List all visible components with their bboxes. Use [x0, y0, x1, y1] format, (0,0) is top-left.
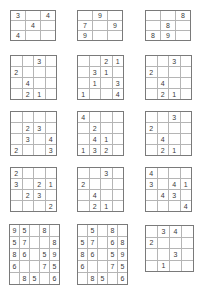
empty-cell[interactable]	[23, 201, 34, 211]
empty-cell[interactable]	[169, 168, 180, 178]
given-digit-cell: 4	[169, 179, 180, 189]
empty-cell[interactable]	[46, 123, 57, 133]
given-digit-cell: 2	[158, 89, 169, 99]
empty-cell[interactable]	[176, 21, 190, 30]
given-digit-cell: 9	[161, 31, 175, 40]
empty-cell[interactable]	[181, 190, 192, 200]
empty-cell[interactable]	[146, 78, 157, 88]
given-digit-cell: 9	[118, 249, 127, 260]
empty-cell[interactable]	[146, 112, 157, 122]
given-digit-cell: 2	[11, 168, 22, 178]
empty-cell[interactable]	[11, 190, 22, 200]
empty-cell[interactable]	[46, 56, 57, 66]
empty-cell[interactable]	[46, 67, 57, 77]
given-digit-cell: 7	[108, 261, 117, 272]
given-digit-cell: 6	[10, 261, 19, 272]
empty-cell[interactable]	[46, 78, 57, 88]
given-digit-cell: 1	[169, 89, 180, 99]
empty-cell[interactable]	[113, 179, 124, 189]
empty-cell[interactable]	[26, 11, 40, 20]
empty-cell[interactable]	[46, 168, 57, 178]
given-digit-cell: 9	[10, 225, 19, 236]
given-digit-cell: 8	[118, 237, 127, 248]
given-digit-cell: 4	[26, 21, 40, 30]
given-digit-cell: 7	[20, 237, 29, 248]
given-digit-cell: 1	[34, 89, 45, 99]
given-digit-cell: 6	[78, 261, 87, 272]
empty-cell[interactable]	[113, 67, 124, 77]
given-digit-cell: 5	[50, 261, 59, 272]
empty-cell[interactable]	[34, 134, 45, 144]
empty-cell[interactable]	[176, 31, 190, 40]
given-digit-cell: 2	[90, 201, 101, 211]
empty-cell[interactable]	[40, 273, 49, 284]
given-digit-cell: 7	[88, 237, 97, 248]
given-digit-cell: 9	[78, 31, 92, 40]
empty-cell[interactable]	[11, 123, 22, 133]
empty-cell[interactable]	[158, 123, 169, 133]
empty-cell[interactable]	[169, 201, 180, 211]
given-digit-cell: 2	[11, 67, 22, 77]
empty-cell[interactable]	[169, 67, 180, 77]
given-digit-cell: 2	[146, 238, 157, 249]
given-digit-cell: 2	[46, 201, 57, 211]
given-digit-cell: 2	[23, 89, 34, 99]
empty-cell[interactable]	[113, 145, 124, 155]
given-digit-cell: 4	[11, 31, 25, 40]
puzzle-grid-6: 32421	[145, 55, 192, 100]
empty-cell[interactable]	[11, 201, 22, 211]
given-digit-cell: 3	[169, 112, 180, 122]
given-digit-cell: 1	[158, 261, 169, 272]
given-digit-cell: 8	[50, 237, 59, 248]
empty-cell[interactable]	[113, 201, 124, 211]
empty-cell[interactable]	[50, 225, 59, 236]
puzzle-grid-3: 8889	[145, 10, 191, 41]
empty-cell[interactable]	[34, 112, 45, 122]
given-digit-cell: 4	[78, 112, 89, 122]
empty-cell[interactable]	[181, 56, 192, 66]
given-digit-cell: 5	[10, 237, 19, 248]
empty-cell[interactable]	[34, 67, 45, 77]
empty-cell[interactable]	[181, 112, 192, 122]
given-digit-cell: 6	[20, 249, 29, 260]
given-digit-cell: 5	[88, 225, 97, 236]
empty-cell[interactable]	[41, 31, 55, 40]
empty-cell[interactable]	[98, 225, 107, 236]
empty-cell[interactable]	[146, 134, 157, 144]
empty-cell[interactable]	[101, 89, 112, 99]
empty-cell[interactable]	[146, 226, 157, 237]
puzzle-grid-9: 32421	[145, 111, 192, 156]
given-digit-cell: 3	[169, 56, 180, 66]
given-digit-cell: 3	[170, 249, 181, 260]
given-digit-cell: 3	[34, 190, 45, 200]
given-digit-cell: 2	[146, 123, 157, 133]
empty-cell[interactable]	[23, 179, 34, 189]
given-digit-cell: 4	[158, 78, 169, 88]
empty-cell[interactable]	[146, 249, 157, 260]
puzzle-grid-12: 4341434	[145, 167, 192, 212]
empty-cell[interactable]	[78, 201, 89, 211]
empty-cell[interactable]	[181, 123, 192, 133]
empty-cell[interactable]	[78, 225, 87, 236]
empty-cell[interactable]	[181, 89, 192, 99]
given-digit-cell: 4	[146, 168, 157, 178]
given-digit-cell: 1	[90, 78, 101, 88]
empty-cell[interactable]	[113, 112, 124, 122]
given-digit-cell: 3	[11, 11, 25, 20]
empty-cell[interactable]	[146, 190, 157, 200]
empty-cell[interactable]	[30, 237, 39, 248]
given-digit-cell: 1	[46, 179, 57, 189]
empty-cell[interactable]	[20, 261, 29, 272]
empty-cell[interactable]	[30, 225, 39, 236]
given-digit-cell: 4	[23, 78, 34, 88]
empty-cell[interactable]	[170, 261, 181, 272]
empty-cell[interactable]	[146, 261, 157, 272]
empty-cell[interactable]	[90, 56, 101, 66]
empty-cell[interactable]	[34, 168, 45, 178]
empty-cell[interactable]	[11, 56, 22, 66]
puzzle-grid-4: 32421	[10, 55, 57, 100]
empty-cell[interactable]	[158, 168, 169, 178]
given-digit-cell: 1	[78, 89, 89, 99]
given-digit-cell: 3	[146, 179, 157, 189]
empty-cell[interactable]	[93, 21, 107, 30]
given-digit-cell: 1	[101, 134, 112, 144]
given-digit-cell: 3	[90, 145, 101, 155]
given-digit-cell: 4	[170, 226, 181, 237]
empty-cell[interactable]	[146, 89, 157, 99]
empty-cell[interactable]	[46, 112, 57, 122]
empty-cell[interactable]	[182, 226, 193, 237]
empty-cell[interactable]	[34, 78, 45, 88]
given-digit-cell: 3	[113, 78, 124, 88]
given-digit-cell: 5	[98, 273, 107, 284]
given-digit-cell: 3	[101, 168, 112, 178]
empty-cell[interactable]	[181, 134, 192, 144]
empty-cell[interactable]	[181, 168, 192, 178]
empty-cell[interactable]	[78, 273, 87, 284]
given-digit-cell: 9	[108, 21, 122, 30]
puzzle-grid-2: 9799	[77, 10, 123, 41]
empty-cell[interactable]	[78, 11, 92, 20]
given-digit-cell: 1	[101, 67, 112, 77]
given-digit-cell: 5	[40, 249, 49, 260]
puzzle-grid-8: 4241132	[77, 111, 124, 156]
empty-cell[interactable]	[101, 78, 112, 88]
empty-cell[interactable]	[158, 201, 169, 211]
given-digit-cell: 5	[108, 249, 117, 260]
empty-cell[interactable]	[78, 78, 89, 88]
empty-cell[interactable]	[108, 11, 122, 20]
given-digit-cell: 8	[78, 249, 87, 260]
given-digit-cell: 4	[90, 134, 101, 144]
given-digit-cell: 4	[41, 11, 55, 20]
empty-cell[interactable]	[11, 134, 22, 144]
empty-cell[interactable]	[34, 201, 45, 211]
empty-cell[interactable]	[93, 31, 107, 40]
given-digit-cell: 7	[78, 21, 92, 30]
empty-cell[interactable]	[90, 112, 101, 122]
empty-cell[interactable]	[181, 145, 192, 155]
empty-cell[interactable]	[158, 238, 169, 249]
empty-cell[interactable]	[46, 89, 57, 99]
empty-cell[interactable]	[23, 67, 34, 77]
empty-cell[interactable]	[78, 168, 89, 178]
given-digit-cell: 2	[23, 123, 34, 133]
given-digit-cell: 6	[118, 273, 127, 284]
given-digit-cell: 8	[146, 31, 160, 40]
given-digit-cell: 1	[78, 145, 89, 155]
empty-cell[interactable]	[30, 249, 39, 260]
empty-cell[interactable]	[90, 89, 101, 99]
given-digit-cell: 3	[34, 56, 45, 66]
given-digit-cell: 2	[101, 145, 112, 155]
given-digit-cell: 2	[101, 56, 112, 66]
empty-cell[interactable]	[11, 89, 22, 99]
empty-cell[interactable]	[11, 112, 22, 122]
given-digit-cell: 2	[34, 179, 45, 189]
puzzle-grid-13: 9585788659675856	[9, 224, 60, 285]
empty-cell[interactable]	[158, 179, 169, 189]
given-digit-cell: 2	[146, 67, 157, 77]
puzzle-grid-5: 21311314	[77, 55, 124, 100]
empty-cell[interactable]	[40, 237, 49, 248]
empty-cell[interactable]	[78, 134, 89, 144]
given-digit-cell: 8	[20, 273, 29, 284]
puzzle-grid-14: 5857688659675856	[77, 224, 128, 285]
empty-cell[interactable]	[158, 56, 169, 66]
given-digit-cell: 1	[113, 56, 124, 66]
empty-cell[interactable]	[170, 238, 181, 249]
given-digit-cell: 2	[158, 145, 169, 155]
empty-cell[interactable]	[11, 21, 25, 30]
empty-cell[interactable]	[23, 168, 34, 178]
empty-cell[interactable]	[158, 112, 169, 122]
empty-cell[interactable]	[169, 78, 180, 88]
given-digit-cell: 6	[108, 237, 117, 248]
empty-cell[interactable]	[158, 67, 169, 77]
empty-cell[interactable]	[101, 190, 112, 200]
empty-cell[interactable]	[146, 56, 157, 66]
empty-cell[interactable]	[146, 11, 160, 20]
empty-cell[interactable]	[90, 179, 101, 189]
empty-cell[interactable]	[23, 145, 34, 155]
puzzle-grid-15: 34231	[145, 225, 194, 272]
worksheet-page: 3444 9799 8889 32421 21311314 32421 2334…	[0, 0, 210, 297]
given-digit-cell: 4	[158, 134, 169, 144]
empty-cell[interactable]	[34, 145, 45, 155]
empty-cell[interactable]	[169, 134, 180, 144]
empty-cell[interactable]	[146, 21, 160, 30]
given-digit-cell: 5	[78, 237, 87, 248]
empty-cell[interactable]	[10, 273, 19, 284]
empty-cell[interactable]	[146, 201, 157, 211]
empty-cell[interactable]	[108, 273, 117, 284]
empty-cell[interactable]	[182, 249, 193, 260]
empty-cell[interactable]	[78, 56, 89, 66]
given-digit-cell: 8	[10, 249, 19, 260]
given-digit-cell: 3	[34, 123, 45, 133]
puzzle-grid-11: 32421	[77, 167, 124, 212]
given-digit-cell: 1	[181, 179, 192, 189]
empty-cell[interactable]	[98, 237, 107, 248]
empty-cell[interactable]	[146, 145, 157, 155]
given-digit-cell: 2	[78, 179, 89, 189]
given-digit-cell: 2	[11, 145, 22, 155]
empty-cell[interactable]	[181, 67, 192, 77]
given-digit-cell: 3	[11, 179, 22, 189]
given-digit-cell: 8	[161, 21, 175, 30]
empty-cell[interactable]	[113, 123, 124, 133]
given-digit-cell: 3	[158, 226, 169, 237]
given-digit-cell: 8	[40, 225, 49, 236]
empty-cell[interactable]	[101, 112, 112, 122]
empty-cell[interactable]	[46, 190, 57, 200]
given-digit-cell: 7	[40, 261, 49, 272]
empty-cell[interactable]	[23, 112, 34, 122]
given-digit-cell: 6	[88, 249, 97, 260]
empty-cell[interactable]	[11, 78, 22, 88]
puzzle-grid-1: 3444	[10, 10, 56, 41]
given-digit-cell: 3	[90, 67, 101, 77]
empty-cell[interactable]	[98, 249, 107, 260]
empty-cell[interactable]	[108, 31, 122, 40]
empty-cell[interactable]	[101, 179, 112, 189]
puzzle-grid-10: 2321232	[10, 167, 57, 212]
given-digit-cell: 4	[181, 201, 192, 211]
empty-cell[interactable]	[23, 56, 34, 66]
empty-cell[interactable]	[30, 261, 39, 272]
empty-cell[interactable]	[78, 190, 89, 200]
empty-cell[interactable]	[101, 123, 112, 133]
given-digit-cell: 2	[23, 190, 34, 200]
given-digit-cell: 4	[90, 190, 101, 200]
empty-cell[interactable]	[158, 249, 169, 260]
puzzle-grid-7: 233423	[10, 111, 57, 156]
given-digit-cell: 1	[101, 201, 112, 211]
empty-cell[interactable]	[26, 31, 40, 40]
empty-cell[interactable]	[169, 123, 180, 133]
given-digit-cell: 2	[90, 123, 101, 133]
given-digit-cell: 8	[176, 11, 190, 20]
given-digit-cell: 5	[118, 261, 127, 272]
empty-cell[interactable]	[41, 21, 55, 30]
given-digit-cell: 1	[169, 145, 180, 155]
given-digit-cell: 4	[113, 89, 124, 99]
empty-cell[interactable]	[182, 261, 193, 272]
given-digit-cell: 9	[93, 11, 107, 20]
empty-cell[interactable]	[181, 78, 192, 88]
given-digit-cell: 3	[169, 190, 180, 200]
given-digit-cell: 6	[50, 273, 59, 284]
empty-cell[interactable]	[113, 168, 124, 178]
given-digit-cell: 9	[50, 249, 59, 260]
empty-cell[interactable]	[78, 123, 89, 133]
empty-cell[interactable]	[161, 11, 175, 20]
empty-cell[interactable]	[90, 168, 101, 178]
given-digit-cell: 5	[30, 273, 39, 284]
empty-cell[interactable]	[118, 225, 127, 236]
given-digit-cell: 8	[88, 273, 97, 284]
empty-cell[interactable]	[88, 261, 97, 272]
empty-cell[interactable]	[98, 261, 107, 272]
given-digit-cell: 5	[20, 225, 29, 236]
empty-cell[interactable]	[113, 190, 124, 200]
empty-cell[interactable]	[78, 67, 89, 77]
given-digit-cell: 8	[108, 225, 117, 236]
given-digit-cell: 4	[46, 134, 57, 144]
empty-cell[interactable]	[113, 134, 124, 144]
given-digit-cell: 4	[158, 190, 169, 200]
given-digit-cell: 3	[46, 145, 57, 155]
given-digit-cell: 3	[23, 134, 34, 144]
empty-cell[interactable]	[182, 238, 193, 249]
